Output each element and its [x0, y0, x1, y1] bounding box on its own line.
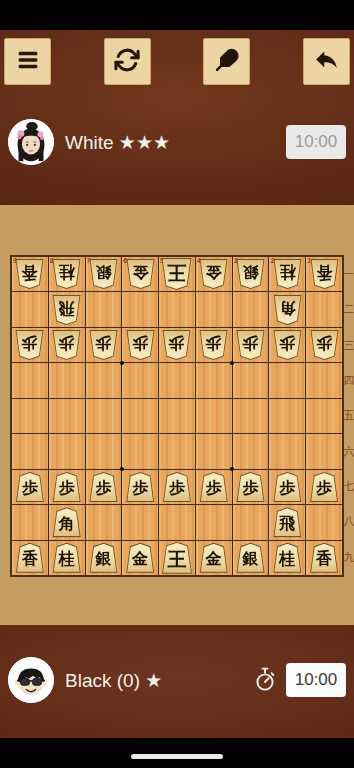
board-cell-3八[interactable] [233, 505, 269, 539]
piece-kanji: 歩 [279, 477, 295, 496]
feather-icon [213, 46, 241, 78]
rank-label: 八 [344, 504, 354, 539]
piece-kanji: 歩 [169, 477, 185, 496]
rank-label: 一 [344, 257, 354, 292]
board-cell-8八[interactable]: 角 [49, 505, 85, 539]
piece-face: 王 [162, 259, 191, 289]
board-cell-4七[interactable]: 歩 [196, 470, 232, 504]
board-cell-1三[interactable]: 歩 [306, 328, 342, 362]
board-cell-5九[interactable]: 王 [159, 541, 195, 575]
board-cell-4九[interactable]: 金 [196, 541, 232, 575]
board-cell-2一[interactable]: 2桂 [269, 257, 305, 291]
new-game-button[interactable] [104, 38, 151, 85]
board-cell-7七[interactable]: 歩 [86, 470, 122, 504]
piece-kanji: 銀 [95, 548, 111, 567]
board-cell-8三[interactable]: 歩 [49, 328, 85, 362]
board-cell-9一[interactable]: 9香 [12, 257, 48, 291]
board-cell-3五[interactable] [233, 399, 269, 433]
board-cell-9三[interactable]: 歩 [12, 328, 48, 362]
board-cell-8一[interactable]: 8桂 [49, 257, 85, 291]
shogi-piece-sente[interactable]: 歩 [236, 472, 265, 502]
piece-face: 歩 [16, 473, 43, 501]
board-cell-7九[interactable]: 銀 [86, 541, 122, 575]
shogi-piece-gote[interactable]: 歩 [15, 330, 44, 360]
board-cell-4六[interactable] [196, 434, 232, 468]
piece-face: 香 [311, 260, 338, 288]
board-cell-7一[interactable]: 7銀 [86, 257, 122, 291]
piece-face: 歩 [200, 473, 227, 501]
board-cell-8七[interactable]: 歩 [49, 470, 85, 504]
shogi-piece-gote[interactable]: 歩 [52, 330, 81, 360]
board-cell-9四[interactable] [12, 363, 48, 397]
file-number: 6 [123, 257, 127, 265]
home-indicator[interactable] [131, 754, 223, 759]
board-cell-2四[interactable] [269, 363, 305, 397]
piece-face: 金 [200, 260, 227, 288]
board-cell-3一[interactable]: 3銀 [233, 257, 269, 291]
piece-face: 歩 [237, 473, 264, 501]
piece-face: 桂 [53, 544, 80, 572]
board-cell-6九[interactable]: 金 [122, 541, 158, 575]
shogi-piece-sente[interactable]: 歩 [199, 472, 228, 502]
board-cell-2七[interactable]: 歩 [269, 470, 305, 504]
piece-face: 金 [200, 544, 227, 572]
shogi-piece-gote[interactable]: 銀 [236, 259, 265, 289]
board-cell-9七[interactable]: 歩 [12, 470, 48, 504]
black-player-label: Black (0) ★ [65, 669, 162, 692]
piece-face: 歩 [16, 331, 43, 359]
shogi-board: 9香8桂7銀6金5王4金3銀2桂1香飛角歩歩歩歩歩歩歩歩歩歩歩歩歩歩歩歩歩歩角飛… [10, 255, 344, 577]
shogi-piece-sente[interactable]: 歩 [52, 472, 81, 502]
rank-label: 三 [344, 328, 354, 363]
black-player-row: Black (0) ★ 10:00 [0, 656, 354, 704]
shogi-piece-sente[interactable]: 桂 [52, 543, 81, 573]
board-cell-5二[interactable] [159, 292, 195, 326]
piece-kanji: 歩 [206, 336, 222, 355]
board-cell-6四[interactable] [122, 363, 158, 397]
shogi-piece-sente[interactable]: 香 [310, 543, 339, 573]
piece-face: 角 [53, 508, 80, 536]
board-cell-7三[interactable]: 歩 [86, 328, 122, 362]
shogi-piece-sente[interactable]: 銀 [89, 543, 118, 573]
board-cell-9六[interactable] [12, 434, 48, 468]
shogi-piece-sente[interactable]: 王 [161, 542, 192, 574]
shogi-piece-sente[interactable]: 歩 [273, 472, 302, 502]
piece-kanji: 桂 [59, 548, 75, 567]
shogi-piece-gote[interactable]: 歩 [310, 330, 339, 360]
piece-kanji: 王 [167, 263, 186, 285]
piece-face: 歩 [163, 331, 190, 359]
piece-face: 飛 [274, 508, 301, 536]
board-cell-8二[interactable]: 飛 [49, 292, 85, 326]
board-cell-6五[interactable] [122, 399, 158, 433]
piece-kanji: 歩 [59, 477, 75, 496]
piece-face: 銀 [90, 544, 117, 572]
board-cell-5四[interactable] [159, 363, 195, 397]
shogi-piece-sente[interactable]: 歩 [89, 472, 118, 502]
shogi-piece-gote[interactable]: 歩 [162, 330, 191, 360]
board-cell-1二[interactable] [306, 292, 342, 326]
piece-kanji: 香 [316, 265, 332, 284]
piece-kanji: 桂 [279, 548, 295, 567]
shogi-piece-gote[interactable]: 桂 [52, 259, 81, 289]
piece-face: 香 [16, 260, 43, 288]
white-player-label: White ★★★ [65, 131, 170, 154]
board-cell-2八[interactable]: 飛 [269, 505, 305, 539]
piece-kanji: 金 [132, 265, 148, 284]
board-cell-3三[interactable]: 歩 [233, 328, 269, 362]
board-cell-1四[interactable] [306, 363, 342, 397]
piece-face: 銀 [237, 544, 264, 572]
board-cell-2五[interactable] [269, 399, 305, 433]
refresh-icon [113, 46, 141, 78]
piece-face: 飛 [53, 296, 80, 324]
piece-kanji: 金 [206, 548, 222, 567]
piece-kanji: 歩 [243, 336, 259, 355]
black-clock: 10:00 [286, 663, 346, 697]
shogi-piece-gote[interactable]: 歩 [126, 330, 155, 360]
piece-kanji: 桂 [59, 265, 75, 284]
white-player-row: White ★★★ 10:00 [0, 118, 354, 166]
board-cell-6三[interactable]: 歩 [122, 328, 158, 362]
app-screen: White ★★★ 10:00 9香8桂7銀6金5王4金3銀2桂1香飛角歩歩歩歩… [0, 0, 354, 768]
piece-kanji: 歩 [206, 477, 222, 496]
undo-icon [312, 46, 340, 78]
board-cell-9九[interactable]: 香 [12, 541, 48, 575]
shogi-piece-gote[interactable]: 王 [161, 258, 192, 290]
rank-labels: 一二三四五六七八九 [344, 257, 354, 575]
piece-face: 歩 [53, 331, 80, 359]
board-cell-2九[interactable]: 桂 [269, 541, 305, 575]
piece-kanji: 角 [279, 300, 295, 319]
board-cell-2三[interactable]: 歩 [269, 328, 305, 362]
piece-kanji: 歩 [243, 477, 259, 496]
stopwatch-icon [253, 667, 277, 693]
piece-face: 香 [16, 544, 43, 572]
star-point [230, 467, 234, 471]
board-cell-4八[interactable] [196, 505, 232, 539]
board-cell-8五[interactable] [49, 399, 85, 433]
piece-face: 歩 [127, 473, 154, 501]
piece-kanji: 香 [22, 548, 38, 567]
piece-kanji: 歩 [316, 477, 332, 496]
board-cell-9二[interactable] [12, 292, 48, 326]
piece-face: 歩 [127, 331, 154, 359]
shogi-piece-gote[interactable]: 飛 [52, 295, 81, 325]
board-cell-1一[interactable]: 1香 [306, 257, 342, 291]
board-cell-1八[interactable] [306, 505, 342, 539]
gesture-nav-bar [0, 738, 354, 768]
piece-kanji: 飛 [279, 513, 295, 532]
shogi-piece-sente[interactable]: 金 [199, 543, 228, 573]
piece-face: 歩 [311, 473, 338, 501]
piece-kanji: 桂 [279, 265, 295, 284]
board-cell-7八[interactable] [86, 505, 122, 539]
undo-button[interactable] [303, 38, 350, 85]
shogi-piece-sente[interactable]: 銀 [236, 543, 265, 573]
piece-face: 香 [311, 544, 338, 572]
board-cell-1五[interactable] [306, 399, 342, 433]
status-bar [0, 0, 354, 30]
bottom-section: Black (0) ★ 10:00 [0, 625, 354, 738]
piece-face: 桂 [274, 544, 301, 572]
shogi-piece-gote[interactable]: 金 [126, 259, 155, 289]
piece-face: 桂 [274, 260, 301, 288]
menu-icon [14, 46, 42, 78]
shogi-piece-gote[interactable]: 香 [310, 259, 339, 289]
shogi-piece-sente[interactable]: 歩 [15, 472, 44, 502]
board-cell-3二[interactable] [233, 292, 269, 326]
board-cell-8四[interactable] [49, 363, 85, 397]
shogi-piece-gote[interactable]: 歩 [236, 330, 265, 360]
board-cell-6七[interactable]: 歩 [122, 470, 158, 504]
shogi-piece-sente[interactable]: 歩 [310, 472, 339, 502]
board-cell-2六[interactable] [269, 434, 305, 468]
piece-face: 桂 [53, 260, 80, 288]
shogi-piece-gote[interactable]: 歩 [199, 330, 228, 360]
board-cell-1七[interactable]: 歩 [306, 470, 342, 504]
board-cell-1九[interactable]: 香 [306, 541, 342, 575]
piece-kanji: 歩 [22, 477, 38, 496]
piece-face: 金 [127, 260, 154, 288]
board-cell-4四[interactable] [196, 363, 232, 397]
piece-kanji: 歩 [132, 336, 148, 355]
board-cell-9八[interactable] [12, 505, 48, 539]
board-cell-6八[interactable] [122, 505, 158, 539]
piece-face: 銀 [237, 260, 264, 288]
piece-face: 歩 [53, 473, 80, 501]
shogi-piece-sente[interactable]: 角 [52, 507, 81, 537]
board-cell-8九[interactable]: 桂 [49, 541, 85, 575]
piece-kanji: 歩 [279, 336, 295, 355]
rank-label: 五 [344, 398, 354, 433]
shogi-piece-gote[interactable]: 桂 [273, 259, 302, 289]
board-cell-7四[interactable] [86, 363, 122, 397]
piece-kanji: 香 [22, 265, 38, 284]
shogi-piece-gote[interactable]: 角 [273, 295, 302, 325]
toolbar [0, 30, 354, 85]
piece-kanji: 銀 [95, 265, 111, 284]
board-cell-3六[interactable] [233, 434, 269, 468]
shogi-piece-sente[interactable]: 歩 [126, 472, 155, 502]
shogi-piece-gote[interactable]: 歩 [89, 330, 118, 360]
shogi-piece-sente[interactable]: 桂 [273, 543, 302, 573]
top-section: White ★★★ 10:00 [0, 30, 354, 205]
piece-face: 歩 [311, 331, 338, 359]
piece-kanji: 歩 [95, 477, 111, 496]
piece-kanji: 香 [316, 548, 332, 567]
piece-kanji: 銀 [243, 548, 259, 567]
piece-face: 角 [274, 296, 301, 324]
board-cell-7六[interactable] [86, 434, 122, 468]
rank-label: 六 [344, 434, 354, 469]
piece-kanji: 歩 [95, 336, 111, 355]
board-cell-7五[interactable] [86, 399, 122, 433]
board-cell-1六[interactable] [306, 434, 342, 468]
piece-face: 金 [127, 544, 154, 572]
menu-button[interactable] [4, 38, 51, 85]
piece-kanji: 歩 [59, 336, 75, 355]
rank-label: 七 [344, 469, 354, 504]
star-point [120, 467, 124, 471]
piece-kanji: 飛 [59, 300, 75, 319]
rank-label: 九 [344, 540, 354, 575]
piece-face: 歩 [90, 473, 117, 501]
piece-face: 歩 [163, 473, 190, 501]
board-cell-5七[interactable]: 歩 [159, 470, 195, 504]
piece-kanji: 金 [206, 265, 222, 284]
board-cell-9五[interactable] [12, 399, 48, 433]
star-point [120, 361, 124, 365]
board-cell-6六[interactable] [122, 434, 158, 468]
board-cell-4五[interactable] [196, 399, 232, 433]
piece-kanji: 銀 [243, 265, 259, 284]
shogi-piece-gote[interactable]: 銀 [89, 259, 118, 289]
piece-kanji: 歩 [316, 336, 332, 355]
board-cell-3七[interactable]: 歩 [233, 470, 269, 504]
board-cell-4三[interactable]: 歩 [196, 328, 232, 362]
board-cell-5六[interactable] [159, 434, 195, 468]
board-cell-5五[interactable] [159, 399, 195, 433]
black-avatar [8, 657, 54, 703]
piece-face: 歩 [200, 331, 227, 359]
shogi-piece-sente[interactable]: 金 [126, 543, 155, 573]
piece-face: 歩 [274, 473, 301, 501]
board-cell-8六[interactable] [49, 434, 85, 468]
piece-face: 歩 [274, 331, 301, 359]
shogi-piece-sente[interactable]: 香 [15, 543, 44, 573]
star-point [230, 361, 234, 365]
piece-face: 歩 [90, 331, 117, 359]
board-cell-5三[interactable]: 歩 [159, 328, 195, 362]
piece-kanji: 金 [132, 548, 148, 567]
piece-face: 歩 [237, 331, 264, 359]
board-cell-4二[interactable] [196, 292, 232, 326]
piece-face: 王 [162, 543, 191, 573]
shogi-piece-gote[interactable]: 香 [15, 259, 44, 289]
board-cell-6一[interactable]: 6金 [122, 257, 158, 291]
board-cell-2二[interactable]: 角 [269, 292, 305, 326]
piece-kanji: 歩 [22, 336, 38, 355]
board-cell-7二[interactable] [86, 292, 122, 326]
shogi-piece-gote[interactable]: 歩 [273, 330, 302, 360]
board-cell-3九[interactable]: 銀 [233, 541, 269, 575]
shogi-piece-sente[interactable]: 飛 [273, 507, 302, 537]
board-cell-3四[interactable] [233, 363, 269, 397]
board-section: 9香8桂7銀6金5王4金3銀2桂1香飛角歩歩歩歩歩歩歩歩歩歩歩歩歩歩歩歩歩歩角飛… [0, 205, 354, 625]
board-cell-4一[interactable]: 4金 [196, 257, 232, 291]
white-avatar [8, 119, 54, 165]
shogi-piece-gote[interactable]: 金 [199, 259, 228, 289]
white-clock: 10:00 [286, 125, 346, 159]
board-cell-6二[interactable] [122, 292, 158, 326]
board-cell-5一[interactable]: 5王 [159, 257, 195, 291]
notation-button[interactable] [203, 38, 250, 85]
shogi-piece-sente[interactable]: 歩 [162, 472, 191, 502]
piece-face: 銀 [90, 260, 117, 288]
rank-label: 二 [344, 292, 354, 327]
board-cell-5八[interactable] [159, 505, 195, 539]
piece-kanji: 歩 [169, 336, 185, 355]
rank-label: 四 [344, 363, 354, 398]
piece-kanji: 王 [167, 547, 186, 569]
file-number: 2 [270, 257, 274, 265]
piece-kanji: 歩 [132, 477, 148, 496]
piece-kanji: 角 [59, 513, 75, 532]
file-number: 1 [307, 257, 311, 265]
